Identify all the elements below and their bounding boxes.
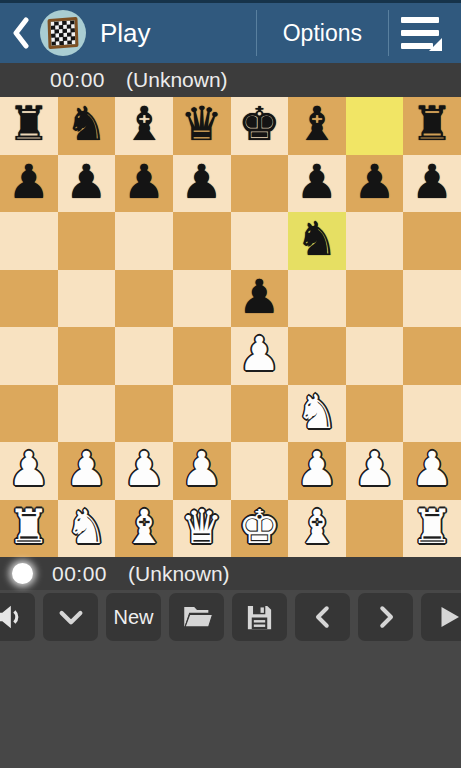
menu-list-icon [401, 17, 439, 49]
square-g1[interactable] [346, 500, 404, 558]
square-e6[interactable] [231, 212, 289, 270]
square-c6[interactable] [115, 212, 173, 270]
square-d6[interactable] [173, 212, 231, 270]
volume-button[interactable] [0, 593, 35, 641]
black-clock-time: 00:00 [50, 68, 105, 92]
square-e7[interactable] [231, 155, 289, 213]
chessboard-app-icon[interactable] [40, 10, 86, 56]
piece-black-king: ♚ [238, 100, 280, 147]
piece-black-pawn: ♟ [411, 158, 453, 205]
piece-white-pawn: ♟ [65, 445, 107, 492]
app-bar: Play Options [0, 3, 461, 63]
square-e2[interactable] [231, 442, 289, 500]
square-a4[interactable] [0, 327, 58, 385]
square-f6[interactable]: ♞ [288, 212, 346, 270]
square-b5[interactable] [58, 270, 116, 328]
black-player-name: (Unknown) [126, 68, 228, 92]
piece-black-queen: ♛ [181, 100, 223, 147]
chess-board: ♜♞♝♛♚♝♜♟♟♟♟♟♟♟♞♟♟♞♟♟♟♟♟♟♟♜♞♝♛♚♝♜ [0, 97, 461, 557]
square-b6[interactable] [58, 212, 116, 270]
piece-white-knight: ♞ [65, 503, 107, 550]
square-h2[interactable]: ♟ [403, 442, 461, 500]
collapse-toolbar-button[interactable] [43, 593, 98, 641]
square-d4[interactable] [173, 327, 231, 385]
square-h5[interactable] [403, 270, 461, 328]
square-g2[interactable]: ♟ [346, 442, 404, 500]
square-a1[interactable]: ♜ [0, 500, 58, 558]
white-clock-bar: 00:00 (Unknown) [0, 557, 461, 590]
square-c5[interactable] [115, 270, 173, 328]
piece-black-pawn: ♟ [296, 158, 338, 205]
piece-white-rook: ♜ [411, 503, 453, 550]
piece-black-pawn: ♟ [238, 273, 280, 320]
back-button[interactable] [8, 11, 34, 55]
square-h1[interactable]: ♜ [403, 500, 461, 558]
open-game-button[interactable] [169, 593, 224, 641]
move-forward-button[interactable] [358, 593, 413, 641]
piece-white-king: ♚ [238, 503, 280, 550]
piece-white-knight: ♞ [296, 388, 338, 435]
square-h7[interactable]: ♟ [403, 155, 461, 213]
square-a2[interactable]: ♟ [0, 442, 58, 500]
piece-white-pawn: ♟ [411, 445, 453, 492]
square-d2[interactable]: ♟ [173, 442, 231, 500]
save-game-button[interactable] [232, 593, 287, 641]
square-e5[interactable]: ♟ [231, 270, 289, 328]
square-c8[interactable]: ♝ [115, 97, 173, 155]
piece-black-rook: ♜ [411, 100, 453, 147]
white-clock-time: 00:00 [52, 562, 107, 586]
white-to-move-indicator [12, 563, 33, 584]
back-chevron-icon [12, 17, 30, 49]
piece-black-rook: ♜ [8, 100, 50, 147]
square-f8[interactable]: ♝ [288, 97, 346, 155]
chevron-right-icon [371, 602, 401, 632]
square-e1[interactable]: ♚ [231, 500, 289, 558]
piece-black-knight: ♞ [296, 215, 338, 262]
square-f7[interactable]: ♟ [288, 155, 346, 213]
square-g6[interactable] [346, 212, 404, 270]
piece-black-bishop: ♝ [296, 100, 338, 147]
mini-chessboard-graphic [48, 17, 79, 49]
square-e3[interactable] [231, 385, 289, 443]
piece-black-pawn: ♟ [65, 158, 107, 205]
square-f1[interactable]: ♝ [288, 500, 346, 558]
piece-white-bishop: ♝ [123, 503, 165, 550]
square-a6[interactable] [0, 212, 58, 270]
square-d5[interactable] [173, 270, 231, 328]
square-f4[interactable] [288, 327, 346, 385]
piece-white-pawn: ♟ [123, 445, 165, 492]
piece-white-rook: ♜ [8, 503, 50, 550]
black-clock-bar: 00:00 (Unknown) [0, 63, 461, 97]
square-g3[interactable] [346, 385, 404, 443]
square-d3[interactable] [173, 385, 231, 443]
square-a5[interactable] [0, 270, 58, 328]
square-g5[interactable] [346, 270, 404, 328]
page-title: Play [100, 18, 256, 49]
volume-icon [0, 600, 25, 634]
play-triangle-icon [434, 602, 461, 632]
square-b1[interactable]: ♞ [58, 500, 116, 558]
piece-white-pawn: ♟ [296, 445, 338, 492]
piece-black-knight: ♞ [65, 100, 107, 147]
square-c4[interactable] [115, 327, 173, 385]
play-engine-button[interactable] [421, 593, 461, 641]
square-f3[interactable]: ♞ [288, 385, 346, 443]
square-e8[interactable]: ♚ [231, 97, 289, 155]
square-b4[interactable] [58, 327, 116, 385]
square-c7[interactable]: ♟ [115, 155, 173, 213]
menu-button[interactable] [389, 3, 451, 63]
square-b8[interactable]: ♞ [58, 97, 116, 155]
white-player-name: (Unknown) [128, 562, 230, 586]
square-g4[interactable] [346, 327, 404, 385]
piece-white-pawn: ♟ [181, 445, 223, 492]
piece-white-pawn: ♟ [353, 445, 395, 492]
chevron-left-icon [308, 602, 338, 632]
square-f5[interactable] [288, 270, 346, 328]
save-floppy-icon [244, 602, 275, 633]
game-toolbar: New [0, 590, 461, 641]
square-b3[interactable] [58, 385, 116, 443]
chess-app-screen: Play Options 00:00 (Unknown) ♜♞♝♛♚♝♜♟♟♟♟… [0, 0, 461, 768]
square-a3[interactable] [0, 385, 58, 443]
square-d7[interactable]: ♟ [173, 155, 231, 213]
new-game-label: New [113, 606, 153, 629]
square-g8[interactable] [346, 97, 404, 155]
square-f2[interactable]: ♟ [288, 442, 346, 500]
square-h8[interactable]: ♜ [403, 97, 461, 155]
piece-black-pawn: ♟ [8, 158, 50, 205]
chevron-down-icon [55, 601, 87, 633]
square-d1[interactable]: ♛ [173, 500, 231, 558]
square-c3[interactable] [115, 385, 173, 443]
options-button[interactable]: Options [257, 3, 388, 63]
square-h3[interactable] [403, 385, 461, 443]
piece-black-pawn: ♟ [353, 158, 395, 205]
piece-white-pawn: ♟ [238, 330, 280, 377]
square-a7[interactable]: ♟ [0, 155, 58, 213]
square-e4[interactable]: ♟ [231, 327, 289, 385]
new-game-button[interactable]: New [106, 593, 161, 641]
open-folder-icon [180, 600, 214, 634]
square-c2[interactable]: ♟ [115, 442, 173, 500]
piece-black-pawn: ♟ [181, 158, 223, 205]
square-a8[interactable]: ♜ [0, 97, 58, 155]
piece-black-bishop: ♝ [123, 100, 165, 147]
square-c1[interactable]: ♝ [115, 500, 173, 558]
square-b2[interactable]: ♟ [58, 442, 116, 500]
square-b7[interactable]: ♟ [58, 155, 116, 213]
piece-white-queen: ♛ [181, 503, 223, 550]
square-d8[interactable]: ♛ [173, 97, 231, 155]
square-g7[interactable]: ♟ [346, 155, 404, 213]
square-h6[interactable] [403, 212, 461, 270]
piece-white-bishop: ♝ [296, 503, 338, 550]
move-back-button[interactable] [295, 593, 350, 641]
square-h4[interactable] [403, 327, 461, 385]
piece-black-pawn: ♟ [123, 158, 165, 205]
piece-white-pawn: ♟ [8, 445, 50, 492]
